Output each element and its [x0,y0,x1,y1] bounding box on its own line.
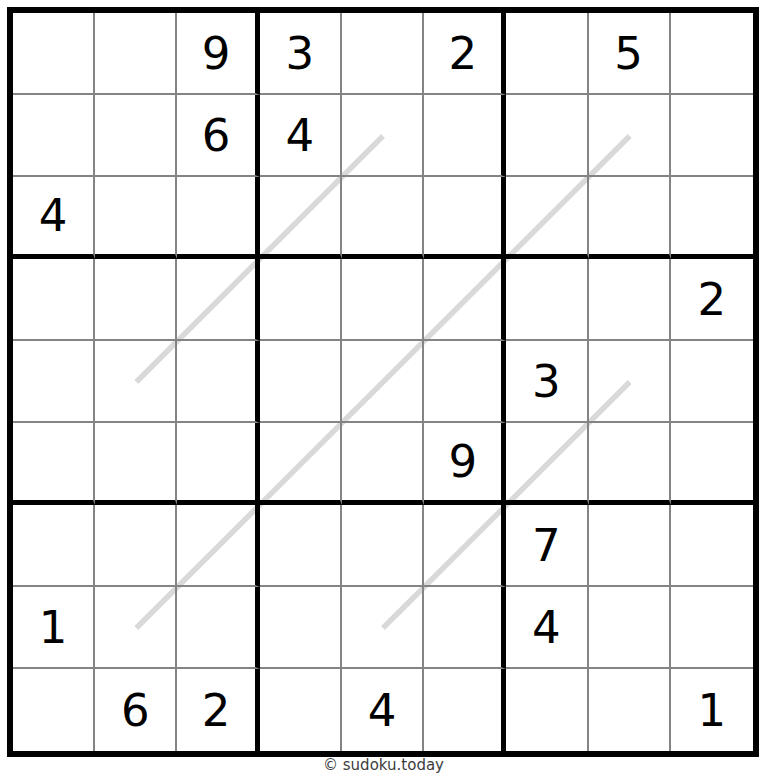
cell-r9c2[interactable]: 6 [95,669,177,751]
digit: 2 [448,31,477,76]
digit: 4 [39,193,68,238]
cell-r1c4[interactable]: 3 [260,13,342,95]
cell-r5c5[interactable] [342,341,424,423]
cell-r1c2[interactable] [95,13,177,95]
cell-r8c5[interactable] [342,587,424,669]
cell-r5c9[interactable] [671,341,753,423]
cell-r3c6[interactable] [424,177,506,259]
cell-r4c4[interactable] [260,259,342,341]
cell-r2c6[interactable] [424,95,506,177]
digit: 2 [202,688,231,733]
cell-r8c4[interactable] [260,587,342,669]
cell-r9c4[interactable] [260,669,342,751]
cell-r6c1[interactable] [13,423,95,505]
sudoku-board: 93256442397146241 [7,7,759,757]
cell-r1c1[interactable] [13,13,95,95]
cell-r8c2[interactable] [95,587,177,669]
cell-r4c2[interactable] [95,259,177,341]
cell-r5c8[interactable] [589,341,671,423]
cell-r5c2[interactable] [95,341,177,423]
cell-r3c8[interactable] [589,177,671,259]
cell-r2c5[interactable] [342,95,424,177]
digit: 7 [532,523,561,568]
cell-r8c7[interactable]: 4 [506,587,588,669]
cell-r8c6[interactable] [424,587,506,669]
cell-r5c6[interactable] [424,341,506,423]
cell-r4c1[interactable] [13,259,95,341]
cell-r2c8[interactable] [589,95,671,177]
cell-r3c3[interactable] [177,177,259,259]
cell-r3c5[interactable] [342,177,424,259]
cell-r6c8[interactable] [589,423,671,505]
cell-r9c5[interactable]: 4 [342,669,424,751]
cell-r4c3[interactable] [177,259,259,341]
cell-r7c8[interactable] [589,505,671,587]
copyright: © sudoku.today [0,756,767,774]
cell-r5c1[interactable] [13,341,95,423]
cell-r2c9[interactable] [671,95,753,177]
cell-r7c5[interactable] [342,505,424,587]
cell-r9c9[interactable]: 1 [671,669,753,751]
cell-r7c1[interactable] [13,505,95,587]
digit: 6 [121,688,150,733]
cell-r4c6[interactable] [424,259,506,341]
cell-r4c8[interactable] [589,259,671,341]
cell-r4c7[interactable] [506,259,588,341]
cell-r2c4[interactable]: 4 [260,95,342,177]
cell-r7c7[interactable]: 7 [506,505,588,587]
cell-r1c5[interactable] [342,13,424,95]
cell-r9c6[interactable] [424,669,506,751]
cell-r8c9[interactable] [671,587,753,669]
digit: 6 [202,113,231,158]
cell-r2c2[interactable] [95,95,177,177]
cell-r3c9[interactable] [671,177,753,259]
cell-r5c3[interactable] [177,341,259,423]
cell-r6c3[interactable] [177,423,259,505]
cell-r3c1[interactable]: 4 [13,177,95,259]
digit: 1 [698,688,727,733]
cell-r8c8[interactable] [589,587,671,669]
cell-r7c2[interactable] [95,505,177,587]
cell-r7c4[interactable] [260,505,342,587]
cell-r1c7[interactable] [506,13,588,95]
digit: 4 [368,688,397,733]
cell-r9c7[interactable] [506,669,588,751]
cell-r8c3[interactable] [177,587,259,669]
cell-r9c8[interactable] [589,669,671,751]
cell-r6c5[interactable] [342,423,424,505]
cell-r3c4[interactable] [260,177,342,259]
cell-r4c9[interactable]: 2 [671,259,753,341]
sudoku-page: 93256442397146241 © sudoku.today [0,0,767,777]
digit: 9 [202,31,231,76]
cell-r1c9[interactable] [671,13,753,95]
cell-r3c7[interactable] [506,177,588,259]
digit: 5 [614,31,643,76]
cell-r6c6[interactable]: 9 [424,423,506,505]
digit: 1 [39,605,68,650]
cell-r7c9[interactable] [671,505,753,587]
cell-r5c7[interactable]: 3 [506,341,588,423]
digit: 2 [698,277,727,322]
digit: 3 [532,359,561,404]
cell-r4c5[interactable] [342,259,424,341]
digit: 4 [532,605,561,650]
cell-r2c3[interactable]: 6 [177,95,259,177]
digit: 4 [285,113,314,158]
cell-r7c6[interactable] [424,505,506,587]
cell-r1c3[interactable]: 9 [177,13,259,95]
cell-r6c2[interactable] [95,423,177,505]
cell-r2c7[interactable] [506,95,588,177]
cell-r7c3[interactable] [177,505,259,587]
cell-r2c1[interactable] [13,95,95,177]
cell-r8c1[interactable]: 1 [13,587,95,669]
cell-r6c4[interactable] [260,423,342,505]
cell-r1c8[interactable]: 5 [589,13,671,95]
cell-r5c4[interactable] [260,341,342,423]
digit: 3 [285,31,314,76]
cell-r1c6[interactable]: 2 [424,13,506,95]
cell-r9c3[interactable]: 2 [177,669,259,751]
cell-r6c9[interactable] [671,423,753,505]
cell-r3c2[interactable] [95,177,177,259]
digit: 9 [448,439,477,484]
cell-r9c1[interactable] [13,669,95,751]
cell-r6c7[interactable] [506,423,588,505]
